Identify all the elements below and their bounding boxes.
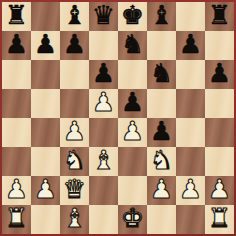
chess-board-frame: ♜♝♛♚♝♜♟♟♟♞♟♟♞♟♟♟♟♟♟♞♝♞♟♟♛♟♟♟♜♝♚♜ [0,0,236,236]
square-a7[interactable]: ♟ [2,31,31,60]
black-rook-piece[interactable]: ♜ [208,2,231,30]
square-c4[interactable]: ♟ [60,118,89,147]
square-g4[interactable] [176,118,205,147]
square-c8[interactable]: ♝ [60,2,89,31]
square-c1[interactable]: ♝ [60,205,89,234]
square-g7[interactable]: ♟ [176,31,205,60]
white-pawn-piece[interactable]: ♟ [179,176,202,204]
white-pawn-piece[interactable]: ♟ [208,176,231,204]
square-d4[interactable] [89,118,118,147]
square-e3[interactable] [118,147,147,176]
square-g8[interactable] [176,2,205,31]
black-pawn-piece[interactable]: ♟ [34,31,57,59]
square-h3[interactable] [205,147,234,176]
square-h1[interactable]: ♜ [205,205,234,234]
white-bishop-piece[interactable]: ♝ [92,147,115,175]
square-b3[interactable] [31,147,60,176]
white-pawn-piece[interactable]: ♟ [150,176,173,204]
black-pawn-piece[interactable]: ♟ [150,118,173,146]
square-b2[interactable]: ♟ [31,176,60,205]
square-b5[interactable] [31,89,60,118]
square-a8[interactable]: ♜ [2,2,31,31]
square-e2[interactable] [118,176,147,205]
black-queen-piece[interactable]: ♛ [92,2,115,30]
square-h2[interactable]: ♟ [205,176,234,205]
square-c3[interactable]: ♞ [60,147,89,176]
square-b1[interactable] [31,205,60,234]
square-e8[interactable]: ♚ [118,2,147,31]
square-e5[interactable]: ♟ [118,89,147,118]
white-knight-piece[interactable]: ♞ [63,147,86,175]
square-d5[interactable]: ♟ [89,89,118,118]
square-f7[interactable] [147,31,176,60]
square-h4[interactable] [205,118,234,147]
black-king-piece[interactable]: ♚ [121,2,144,30]
white-queen-piece[interactable]: ♛ [63,176,86,204]
black-pawn-piece[interactable]: ♟ [5,31,28,59]
square-b8[interactable] [31,2,60,31]
black-pawn-piece[interactable]: ♟ [63,31,86,59]
square-d1[interactable] [89,205,118,234]
square-e1[interactable]: ♚ [118,205,147,234]
square-a5[interactable] [2,89,31,118]
square-a6[interactable] [2,60,31,89]
square-g2[interactable]: ♟ [176,176,205,205]
white-knight-piece[interactable]: ♞ [150,147,173,175]
square-f3[interactable]: ♞ [147,147,176,176]
square-d3[interactable]: ♝ [89,147,118,176]
white-rook-piece[interactable]: ♜ [208,205,231,233]
square-b7[interactable]: ♟ [31,31,60,60]
square-g1[interactable] [176,205,205,234]
square-g5[interactable] [176,89,205,118]
black-pawn-piece[interactable]: ♟ [179,31,202,59]
white-pawn-piece[interactable]: ♟ [121,118,144,146]
square-h6[interactable]: ♟ [205,60,234,89]
square-g3[interactable] [176,147,205,176]
white-pawn-piece[interactable]: ♟ [5,176,28,204]
white-pawn-piece[interactable]: ♟ [92,89,115,117]
square-a2[interactable]: ♟ [2,176,31,205]
square-c7[interactable]: ♟ [60,31,89,60]
white-pawn-piece[interactable]: ♟ [63,118,86,146]
square-d8[interactable]: ♛ [89,2,118,31]
square-e7[interactable]: ♞ [118,31,147,60]
square-f2[interactable]: ♟ [147,176,176,205]
square-h8[interactable]: ♜ [205,2,234,31]
black-pawn-piece[interactable]: ♟ [92,60,115,88]
square-f1[interactable] [147,205,176,234]
white-rook-piece[interactable]: ♜ [5,205,28,233]
black-bishop-piece[interactable]: ♝ [63,2,86,30]
white-king-piece[interactable]: ♚ [121,205,144,233]
square-a1[interactable]: ♜ [2,205,31,234]
square-c5[interactable] [60,89,89,118]
square-b4[interactable] [31,118,60,147]
square-f8[interactable]: ♝ [147,2,176,31]
square-f6[interactable]: ♞ [147,60,176,89]
square-e4[interactable]: ♟ [118,118,147,147]
square-f5[interactable] [147,89,176,118]
white-bishop-piece[interactable]: ♝ [63,205,86,233]
square-g6[interactable] [176,60,205,89]
square-d7[interactable] [89,31,118,60]
black-bishop-piece[interactable]: ♝ [150,2,173,30]
black-rook-piece[interactable]: ♜ [5,2,28,30]
black-pawn-piece[interactable]: ♟ [208,60,231,88]
black-pawn-piece[interactable]: ♟ [121,89,144,117]
square-a4[interactable] [2,118,31,147]
square-b6[interactable] [31,60,60,89]
square-h7[interactable] [205,31,234,60]
square-d2[interactable] [89,176,118,205]
square-d6[interactable]: ♟ [89,60,118,89]
black-knight-piece[interactable]: ♞ [121,31,144,59]
square-e6[interactable] [118,60,147,89]
square-c6[interactable] [60,60,89,89]
black-knight-piece[interactable]: ♞ [150,60,173,88]
square-f4[interactable]: ♟ [147,118,176,147]
square-c2[interactable]: ♛ [60,176,89,205]
square-h5[interactable] [205,89,234,118]
chess-board: ♜♝♛♚♝♜♟♟♟♞♟♟♞♟♟♟♟♟♟♞♝♞♟♟♛♟♟♟♜♝♚♜ [2,2,234,234]
white-pawn-piece[interactable]: ♟ [34,176,57,204]
square-a3[interactable] [2,147,31,176]
